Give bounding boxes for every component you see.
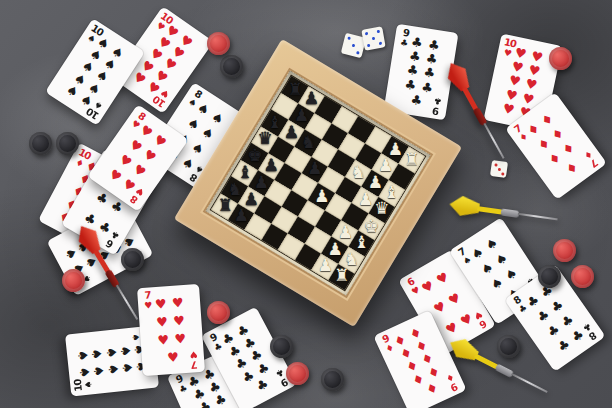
chess-piece-white-pawn[interactable]: ♟ [314,187,329,204]
dart-needle [116,285,138,320]
chess-piece-black-pawn[interactable]: ♟ [234,207,249,224]
dart-shaft [477,206,503,215]
red-checker-piece[interactable] [286,362,309,385]
board-grid: ♜♝♛♚♝♞♜♟♟♟♟♟♟♟♞♟♟♞♟♟♟♟♟♟♟♜♝♛♚♝♞♜ [211,76,425,290]
card-pips: ♥♥♥♥♥♥♥♥ [103,119,172,197]
dart-needle [483,123,504,159]
playing-card-10-spades-topleft[interactable]: 10♠10♠♠♠♠♠♠♠♠♠♠♠ [45,18,145,126]
red-checker-piece[interactable] [207,301,230,324]
chess-piece-white-knight[interactable]: ♞ [351,164,366,181]
chess-piece-white-rook[interactable]: ♜ [334,268,349,285]
red-checker-piece[interactable] [549,47,572,70]
die-showing-5[interactable] [361,26,385,50]
card-pips: ♠♠♠♠♠♠♠♠♠♠ [61,33,129,112]
black-checker-piece[interactable] [220,55,243,78]
chess-piece-white-pawn[interactable]: ♟ [358,191,373,208]
black-checker-piece[interactable] [29,132,52,155]
chess-piece-black-rook[interactable]: ♜ [217,197,232,214]
red-checker-piece[interactable] [207,32,230,55]
black-checker-piece[interactable] [497,335,520,358]
playing-card-7-hearts-bottom[interactable]: 7♥7♥♥♥♥♥♥♥♥ [137,284,205,376]
chess-piece-black-knight[interactable]: ♞ [301,134,316,151]
photo-scene: 10♠10♠♠♠♠♠♠♠♠♠♠♠10♥10♥♥♥♥♥♥♥♥♥♥♥8♠8♠♠♠♠♠… [0,0,612,408]
dart-barrel [501,208,520,217]
chess-piece-black-rook[interactable]: ♜ [287,80,302,97]
card-pips: ♦♦♦♦♦♦♦ [521,107,591,185]
black-checker-piece[interactable] [270,335,293,358]
dart-flight [448,194,480,218]
black-checker-piece[interactable] [538,265,561,288]
dart-needle [518,213,558,221]
card-pips: ♥♥♥♥♥♥♥ [152,293,191,367]
chess-piece-white-pawn[interactable]: ♟ [317,258,332,275]
card-pips: ♦♦♦♦♦♦♦♦♦ [389,323,450,403]
chess-piece-black-pawn[interactable]: ♟ [307,161,322,178]
card-pips: ♣♣♣♣♣♣♣♣ [520,279,589,357]
red-checker-piece[interactable] [571,265,594,288]
black-checker-piece[interactable] [321,368,344,391]
red-checker-piece[interactable] [62,269,85,292]
black-checker-piece[interactable] [121,248,144,271]
chess-piece-black-pawn[interactable]: ♟ [284,124,299,141]
card-pips: ♠♠♠♠♠♠♠♠♠♠ [74,340,149,381]
black-checker-piece[interactable] [56,132,79,155]
chess-piece-white-rook[interactable]: ♜ [404,151,419,168]
dart-needle [511,373,548,393]
red-checker-piece[interactable] [553,239,576,262]
